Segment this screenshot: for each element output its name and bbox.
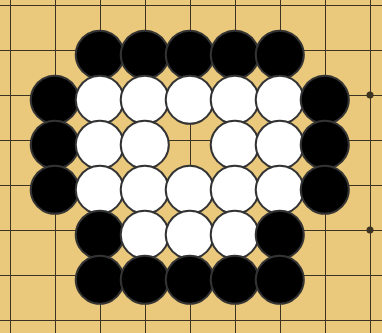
intersection[interactable]: [348, 208, 382, 253]
intersection[interactable]: [33, 0, 78, 28]
intersection[interactable]: ●: [33, 163, 78, 208]
black-stone: ●: [253, 243, 308, 306]
intersection[interactable]: [348, 0, 382, 28]
intersection[interactable]: [0, 298, 33, 333]
intersection[interactable]: [303, 298, 348, 333]
intersection[interactable]: ●: [303, 163, 348, 208]
intersection[interactable]: ●: [78, 253, 123, 298]
stone-grid: ●●●●●●●●●●●●●●●●●●●●●●●●●●●●●●●●●●●: [0, 0, 382, 333]
go-board: ●●●●●●●●●●●●●●●●●●●●●●●●●●●●●●●●●●●: [0, 0, 382, 333]
intersection[interactable]: [0, 0, 33, 28]
intersection[interactable]: [348, 298, 382, 333]
intersection[interactable]: ●: [258, 253, 303, 298]
intersection[interactable]: [348, 163, 382, 208]
intersection[interactable]: [33, 298, 78, 333]
intersection[interactable]: ●: [213, 253, 258, 298]
intersection[interactable]: [303, 253, 348, 298]
intersection[interactable]: ●: [168, 73, 213, 118]
intersection[interactable]: [303, 0, 348, 28]
intersection[interactable]: [348, 253, 382, 298]
intersection[interactable]: ●: [168, 253, 213, 298]
intersection[interactable]: [0, 253, 33, 298]
intersection[interactable]: [348, 118, 382, 163]
intersection[interactable]: ●: [123, 253, 168, 298]
intersection[interactable]: [33, 253, 78, 298]
intersection[interactable]: [348, 73, 382, 118]
intersection[interactable]: [348, 28, 382, 73]
